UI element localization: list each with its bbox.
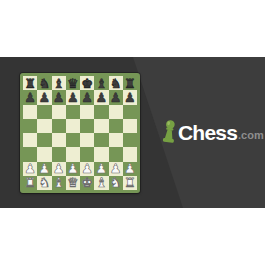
- board-square: [80, 133, 94, 147]
- board-square: ♟: [23, 90, 37, 104]
- board-square: ♟: [109, 90, 123, 104]
- white-p-piece: ♟: [67, 162, 79, 175]
- black-n-piece: ♞: [39, 76, 51, 89]
- white-k-piece: ♚: [81, 176, 93, 189]
- board-square: [37, 147, 51, 161]
- board-square: [52, 147, 66, 161]
- board-square: ♛: [66, 76, 80, 90]
- pawn-icon: [161, 118, 179, 145]
- chesscom-logo: Chess .com: [162, 117, 264, 142]
- board-square: [80, 105, 94, 119]
- board-square: [37, 105, 51, 119]
- white-b-piece: ♝: [53, 176, 65, 189]
- board-square: [66, 133, 80, 147]
- board-square: ♟: [80, 90, 94, 104]
- chessboard: ♜♞♝♛♚♝♞♜♟♟♟♟♟♟♟♟♟♟♟♟♟♟♟♟♜♞♝♛♚♝♞♜: [20, 73, 140, 193]
- black-p-piece: ♟: [39, 90, 51, 103]
- board-square: ♝: [52, 76, 66, 90]
- white-q-piece: ♛: [67, 176, 79, 189]
- board-square: [37, 133, 51, 147]
- black-p-piece: ♟: [110, 90, 122, 103]
- white-p-piece: ♟: [24, 162, 36, 175]
- board-square: ♟: [66, 162, 80, 176]
- board-square: [23, 147, 37, 161]
- white-p-piece: ♟: [39, 162, 51, 175]
- board-square: [109, 147, 123, 161]
- board-square: [66, 147, 80, 161]
- white-p-piece: ♟: [53, 162, 65, 175]
- black-k-piece: ♚: [81, 76, 93, 89]
- board-square: ♟: [80, 162, 94, 176]
- black-n-piece: ♞: [110, 76, 122, 89]
- board-square: ♟: [37, 162, 51, 176]
- board-square: [123, 119, 137, 133]
- board-square: [94, 147, 108, 161]
- board-square: ♚: [80, 176, 94, 190]
- board-square: [23, 105, 37, 119]
- board-square: ♜: [23, 176, 37, 190]
- brand-text: Chess: [178, 124, 237, 142]
- board-square: ♟: [52, 90, 66, 104]
- board-square: [94, 119, 108, 133]
- black-p-piece: ♟: [124, 90, 136, 103]
- board-square: [66, 105, 80, 119]
- board-square: ♞: [37, 176, 51, 190]
- board-square: [66, 119, 80, 133]
- white-p-piece: ♟: [124, 162, 136, 175]
- board-square: [123, 105, 137, 119]
- black-p-piece: ♟: [67, 90, 79, 103]
- board-square: ♜: [123, 176, 137, 190]
- board-square: ♟: [109, 162, 123, 176]
- board-square: [80, 119, 94, 133]
- board-square: ♝: [94, 76, 108, 90]
- white-p-piece: ♟: [81, 162, 93, 175]
- white-n-piece: ♞: [110, 176, 122, 189]
- tld-text: .com: [238, 130, 264, 141]
- board-square: ♜: [123, 76, 137, 90]
- black-p-piece: ♟: [53, 90, 65, 103]
- board-square: [37, 119, 51, 133]
- banner: ♜♞♝♛♚♝♞♜♟♟♟♟♟♟♟♟♟♟♟♟♟♟♟♟♜♞♝♛♚♝♞♜ Chess .…: [0, 57, 265, 208]
- board-square: ♞: [109, 76, 123, 90]
- black-p-piece: ♟: [81, 90, 93, 103]
- black-r-piece: ♜: [124, 76, 136, 89]
- board-square: ♟: [52, 162, 66, 176]
- board-square: ♟: [37, 90, 51, 104]
- black-b-piece: ♝: [53, 76, 65, 89]
- board-square: ♟: [94, 162, 108, 176]
- board-square: [109, 105, 123, 119]
- board-square: ♚: [80, 76, 94, 90]
- board-square: [52, 133, 66, 147]
- white-n-piece: ♞: [39, 176, 51, 189]
- board-square: ♝: [94, 176, 108, 190]
- board-square: [94, 133, 108, 147]
- board-square: [94, 105, 108, 119]
- board-square: ♞: [109, 176, 123, 190]
- board-square: [52, 119, 66, 133]
- board-square: [109, 133, 123, 147]
- board-square: ♛: [66, 176, 80, 190]
- black-b-piece: ♝: [96, 76, 108, 89]
- board-square: ♞: [37, 76, 51, 90]
- white-r-piece: ♜: [24, 176, 36, 189]
- board-square: [123, 133, 137, 147]
- board-square: ♟: [123, 162, 137, 176]
- white-p-piece: ♟: [110, 162, 122, 175]
- board-square: ♟: [66, 90, 80, 104]
- board-square: [23, 133, 37, 147]
- black-r-piece: ♜: [24, 76, 36, 89]
- white-r-piece: ♜: [124, 176, 136, 189]
- black-p-piece: ♟: [96, 90, 108, 103]
- board-square: [109, 119, 123, 133]
- black-q-piece: ♛: [67, 76, 79, 89]
- board-square: ♜: [23, 76, 37, 90]
- white-b-piece: ♝: [96, 176, 108, 189]
- board-square: [23, 119, 37, 133]
- board-square: ♟: [23, 162, 37, 176]
- white-p-piece: ♟: [96, 162, 108, 175]
- board-square: ♟: [94, 90, 108, 104]
- board-square: ♝: [52, 176, 66, 190]
- board-square: [52, 105, 66, 119]
- board-square: ♟: [123, 90, 137, 104]
- black-p-piece: ♟: [24, 90, 36, 103]
- board-square: [80, 147, 94, 161]
- board-square: [123, 147, 137, 161]
